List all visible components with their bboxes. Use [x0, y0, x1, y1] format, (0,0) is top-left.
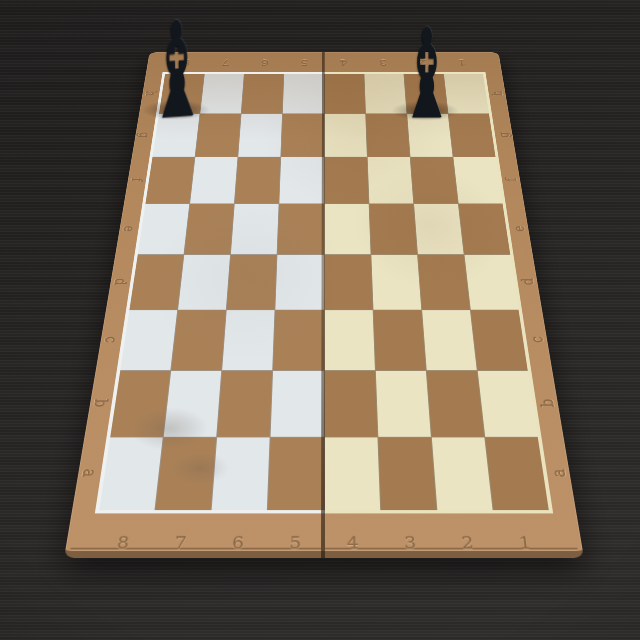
coord-right-c: c [525, 331, 548, 349]
square-f4 [324, 157, 368, 203]
coord-right-g: g [494, 129, 513, 142]
square-c2 [422, 310, 477, 370]
square-b1 [478, 371, 538, 437]
square-d3 [371, 255, 421, 310]
square-h6 [242, 74, 284, 114]
fold-hinge-seam [321, 52, 325, 558]
coord-right-a: a [545, 462, 571, 484]
square-d7 [178, 255, 230, 310]
square-a4 [324, 437, 379, 510]
square-c8 [120, 310, 177, 370]
coord-left-f: f [127, 173, 147, 187]
square-f5 [280, 157, 324, 203]
coord-top-3: 3 [373, 58, 393, 68]
square-a2 [432, 437, 493, 510]
square-a6 [212, 437, 270, 510]
square-a3 [378, 437, 436, 510]
coord-right-d: d [516, 274, 538, 290]
coord-bottom-4: 4 [339, 532, 367, 552]
coord-left-c: c [99, 331, 122, 349]
square-b7 [164, 371, 222, 437]
square-f6 [235, 157, 281, 203]
square-f7 [190, 157, 237, 203]
square-g5 [281, 114, 323, 157]
square-e6 [231, 204, 279, 254]
square-e2 [414, 204, 464, 254]
coord-bottom-6: 6 [223, 532, 252, 552]
square-a1 [485, 437, 549, 510]
square-e1 [459, 204, 511, 254]
coord-top-7: 7 [216, 58, 236, 68]
square-b4 [324, 371, 377, 437]
square-h5 [283, 74, 324, 114]
square-a7 [156, 437, 217, 510]
coord-left-a: a [77, 462, 103, 484]
square-c1 [471, 310, 528, 370]
square-d5 [276, 255, 324, 310]
square-f1 [453, 157, 502, 203]
square-g4 [324, 114, 366, 157]
square-c4 [324, 310, 374, 370]
coord-left-d: d [109, 274, 131, 290]
square-b6 [217, 371, 272, 437]
square-b8 [110, 371, 170, 437]
border-groove [70, 548, 577, 550]
coord-top-6: 6 [255, 58, 275, 68]
square-e4 [324, 204, 370, 254]
coord-top-5: 5 [295, 58, 314, 68]
square-a8 [99, 437, 163, 510]
coord-right-h: h [488, 88, 507, 100]
coord-left-e: e [118, 221, 139, 236]
chess-board: 8877665544332211hhggffeeddccbbaa [64, 52, 584, 558]
square-f2 [410, 157, 457, 203]
square-d4 [324, 255, 372, 310]
square-b2 [427, 371, 485, 437]
coord-bottom-8: 8 [108, 532, 138, 552]
coord-bottom-3: 3 [396, 532, 425, 552]
piece-black-bishop-h2: ♝ [392, 12, 462, 136]
square-g6 [238, 114, 282, 157]
square-c3 [373, 310, 425, 370]
coord-left-b: b [89, 393, 114, 413]
square-b3 [375, 371, 430, 437]
coord-top-4: 4 [334, 58, 353, 68]
square-d1 [464, 255, 518, 310]
square-b5 [271, 371, 324, 437]
coord-bottom-2: 2 [453, 532, 483, 552]
square-a5 [268, 437, 323, 510]
square-d8 [129, 255, 183, 310]
coord-bottom-1: 1 [510, 532, 540, 552]
square-d6 [227, 255, 277, 310]
square-f3 [367, 157, 413, 203]
table-surface: 8877665544332211hhggffeeddccbbaa ♝♝ [0, 0, 640, 640]
square-h4 [324, 74, 365, 114]
square-e5 [278, 204, 324, 254]
square-f8 [145, 157, 194, 203]
coord-bottom-5: 5 [281, 532, 309, 552]
coord-right-f: f [501, 173, 521, 187]
square-e8 [138, 204, 190, 254]
coord-bottom-7: 7 [166, 532, 196, 552]
square-c5 [273, 310, 323, 370]
square-e3 [369, 204, 417, 254]
coord-right-b: b [535, 393, 560, 413]
square-c7 [171, 310, 226, 370]
square-c6 [222, 310, 274, 370]
piece-black-bishop-h8: ♝ [141, 2, 213, 139]
square-e7 [184, 204, 234, 254]
coord-right-e: e [508, 221, 529, 236]
square-d2 [418, 255, 470, 310]
